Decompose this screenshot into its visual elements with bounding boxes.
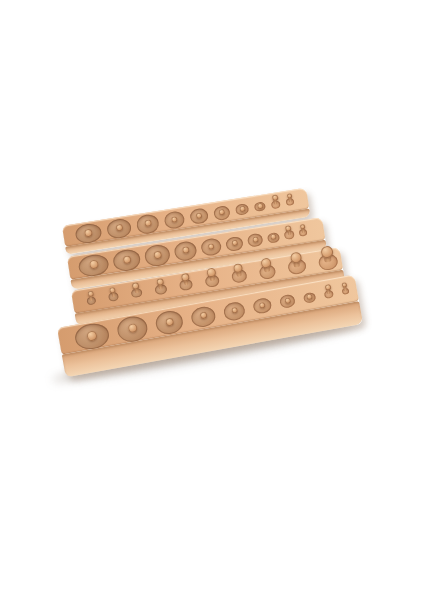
knobbed-cylinder	[199, 233, 222, 259]
knobbed-cylinder	[269, 192, 281, 214]
product-photo-stage	[0, 0, 424, 600]
knobbed-cylinder	[251, 290, 273, 320]
knobbed-cylinder	[317, 248, 339, 274]
knobbed-cylinder	[286, 253, 307, 279]
knobbed-cylinder	[74, 220, 103, 245]
knobbed-cylinder	[221, 295, 246, 325]
knobbed-cylinder	[258, 258, 278, 283]
knobbed-cylinder	[301, 282, 318, 311]
knobbed-cylinder	[277, 286, 297, 315]
knobbed-cylinder	[230, 263, 249, 288]
knobbed-cylinder	[253, 194, 267, 216]
knobbed-cylinder	[234, 197, 250, 220]
knobbed-cylinder	[203, 267, 221, 292]
knobbed-cylinder	[173, 237, 198, 263]
knobbed-cylinder	[111, 246, 141, 273]
knobbed-cylinder	[129, 280, 144, 304]
knobbed-cylinder	[246, 227, 264, 252]
knobbed-cylinder	[135, 211, 160, 235]
knobbed-cylinder	[266, 224, 281, 249]
knobbed-cylinder	[153, 306, 184, 337]
knobbed-cylinder	[107, 284, 121, 308]
knobbed-cylinder	[105, 215, 132, 239]
knobbed-cylinder	[282, 222, 295, 246]
knobbed-cylinder	[77, 251, 110, 278]
knobbed-cylinder	[189, 300, 217, 331]
knobbed-cylinder	[339, 276, 351, 304]
knobbed-cylinder	[284, 190, 295, 212]
knobbed-cylinder	[143, 241, 171, 268]
knobbed-cylinder	[212, 200, 231, 223]
knobbed-cylinder	[115, 312, 149, 344]
knobbed-cylinder	[322, 279, 336, 307]
knobbed-cylinder	[163, 207, 186, 231]
knobbed-cylinder	[85, 287, 98, 311]
knobbed-cylinder	[297, 220, 308, 244]
knobbed-cylinder	[178, 271, 195, 296]
knobbed-cylinder	[188, 203, 209, 227]
knobbed-cylinder	[224, 230, 244, 255]
knobbed-cylinder	[153, 276, 169, 301]
